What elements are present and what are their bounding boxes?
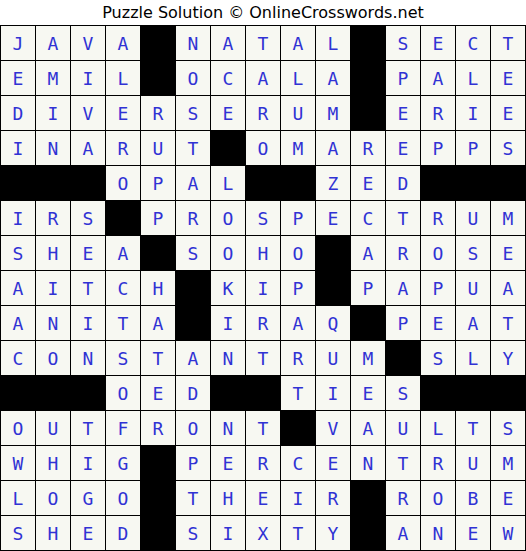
- letter-cell-r6c15: M: [491, 201, 525, 235]
- letter-cell-r14c14: B: [456, 481, 490, 515]
- block-cell-r9c6: [176, 306, 210, 340]
- letter-cell-r5c10: Z: [316, 166, 350, 200]
- letter-cell-r4c2: N: [36, 131, 70, 165]
- block-cell-r10c12: [386, 341, 420, 375]
- letter-cell-r3c1: D: [1, 96, 35, 130]
- letter-cell-r10c9: R: [281, 341, 315, 375]
- letter-cell-r6c13: R: [421, 201, 455, 235]
- letter-cell-r10c14: L: [456, 341, 490, 375]
- letter-cell-r2c6: O: [176, 61, 210, 95]
- letter-cell-r13c1: W: [1, 446, 35, 480]
- letter-cell-r1c8: T: [246, 26, 280, 60]
- letter-cell-r13c9: C: [281, 446, 315, 480]
- letter-cell-r8c7: K: [211, 271, 245, 305]
- letter-cell-r12c3: T: [71, 411, 105, 445]
- letter-cell-r7c3: E: [71, 236, 105, 270]
- letter-cell-r5c11: E: [351, 166, 385, 200]
- letter-cell-r10c2: O: [36, 341, 70, 375]
- block-cell-r8c10: [316, 271, 350, 305]
- letter-cell-r7c13: O: [421, 236, 455, 270]
- letter-cell-r14c1: L: [1, 481, 35, 515]
- letter-cell-r14c12: R: [386, 481, 420, 515]
- letter-cell-r11c9: T: [281, 376, 315, 410]
- block-cell-r9c11: [351, 306, 385, 340]
- block-cell-r5c8: [246, 166, 280, 200]
- letter-cell-r10c15: Y: [491, 341, 525, 375]
- letter-cell-r12c5: R: [141, 411, 175, 445]
- letter-cell-r8c9: P: [281, 271, 315, 305]
- block-cell-r4c7: [211, 131, 245, 165]
- letter-cell-r9c2: N: [36, 306, 70, 340]
- letter-cell-r3c3: V: [71, 96, 105, 130]
- block-cell-r11c13: [421, 376, 455, 410]
- letter-cell-r14c7: H: [211, 481, 245, 515]
- letter-cell-r8c14: U: [456, 271, 490, 305]
- letter-cell-r5c7: L: [211, 166, 245, 200]
- letter-cell-r7c9: O: [281, 236, 315, 270]
- block-cell-r15c5: [141, 516, 175, 550]
- letter-cell-r8c8: I: [246, 271, 280, 305]
- letter-cell-r10c8: T: [246, 341, 280, 375]
- letter-cell-r12c8: T: [246, 411, 280, 445]
- letter-cell-r15c15: W: [491, 516, 525, 550]
- letter-cell-r13c14: U: [456, 446, 490, 480]
- letter-cell-r3c15: E: [491, 96, 525, 130]
- letter-cell-r13c7: E: [211, 446, 245, 480]
- letter-cell-r3c13: R: [421, 96, 455, 130]
- letter-cell-r3c12: E: [386, 96, 420, 130]
- letter-cell-r14c3: G: [71, 481, 105, 515]
- letter-cell-r6c7: O: [211, 201, 245, 235]
- letter-cell-r8c2: I: [36, 271, 70, 305]
- letter-cell-r6c8: S: [246, 201, 280, 235]
- letter-cell-r15c10: Y: [316, 516, 350, 550]
- letter-cell-r2c7: C: [211, 61, 245, 95]
- letter-cell-r11c12: S: [386, 376, 420, 410]
- letter-cell-r8c4: C: [106, 271, 140, 305]
- letter-cell-r15c2: H: [36, 516, 70, 550]
- letter-cell-r9c10: Q: [316, 306, 350, 340]
- letter-cell-r13c11: N: [351, 446, 385, 480]
- letter-cell-r2c1: E: [1, 61, 35, 95]
- letter-cell-r1c12: S: [386, 26, 420, 60]
- letter-cell-r5c6: A: [176, 166, 210, 200]
- letter-cell-r12c15: S: [491, 411, 525, 445]
- block-cell-r11c15: [491, 376, 525, 410]
- letter-cell-r11c4: O: [106, 376, 140, 410]
- letter-cell-r9c13: E: [421, 306, 455, 340]
- letter-cell-r13c8: R: [246, 446, 280, 480]
- block-cell-r7c5: [141, 236, 175, 270]
- letter-cell-r7c11: A: [351, 236, 385, 270]
- letter-cell-r13c3: I: [71, 446, 105, 480]
- crossword-grid: JAVANATALSECTEMILOCALAPALEDIVERSERUMERIE…: [0, 25, 526, 551]
- letter-cell-r9c7: I: [211, 306, 245, 340]
- letter-cell-r10c6: A: [176, 341, 210, 375]
- block-cell-r11c14: [456, 376, 490, 410]
- letter-cell-r10c7: N: [211, 341, 245, 375]
- letter-cell-r7c12: R: [386, 236, 420, 270]
- letter-cell-r8c5: H: [141, 271, 175, 305]
- letter-cell-r4c1: I: [1, 131, 35, 165]
- letter-cell-r14c15: E: [491, 481, 525, 515]
- block-cell-r11c3: [71, 376, 105, 410]
- letter-cell-r14c2: O: [36, 481, 70, 515]
- letter-cell-r12c7: N: [211, 411, 245, 445]
- letter-cell-r2c13: A: [421, 61, 455, 95]
- letter-cell-r15c7: I: [211, 516, 245, 550]
- block-cell-r12c9: [281, 411, 315, 445]
- letter-cell-r12c2: U: [36, 411, 70, 445]
- letter-cell-r9c9: A: [281, 306, 315, 340]
- letter-cell-r3c10: M: [316, 96, 350, 130]
- letter-cell-r7c7: O: [211, 236, 245, 270]
- block-cell-r5c1: [1, 166, 35, 200]
- letter-cell-r12c14: T: [456, 411, 490, 445]
- letter-cell-r4c5: U: [141, 131, 175, 165]
- letter-cell-r15c13: N: [421, 516, 455, 550]
- letter-cell-r1c3: V: [71, 26, 105, 60]
- letter-cell-r8c11: P: [351, 271, 385, 305]
- letter-cell-r2c9: L: [281, 61, 315, 95]
- letter-cell-r1c10: L: [316, 26, 350, 60]
- block-cell-r15c11: [351, 516, 385, 550]
- letter-cell-r4c11: R: [351, 131, 385, 165]
- block-cell-r5c3: [71, 166, 105, 200]
- letter-cell-r11c5: E: [141, 376, 175, 410]
- letter-cell-r2c15: E: [491, 61, 525, 95]
- letter-cell-r3c2: I: [36, 96, 70, 130]
- letter-cell-r3c14: I: [456, 96, 490, 130]
- letter-cell-r15c9: T: [281, 516, 315, 550]
- letter-cell-r4c4: R: [106, 131, 140, 165]
- letter-cell-r10c5: T: [141, 341, 175, 375]
- letter-cell-r9c15: T: [491, 306, 525, 340]
- block-cell-r5c14: [456, 166, 490, 200]
- letter-cell-r7c4: A: [106, 236, 140, 270]
- letter-cell-r1c14: C: [456, 26, 490, 60]
- block-cell-r8c6: [176, 271, 210, 305]
- block-cell-r5c13: [421, 166, 455, 200]
- letter-cell-r8c3: T: [71, 271, 105, 305]
- letter-cell-r12c6: O: [176, 411, 210, 445]
- letter-cell-r13c15: M: [491, 446, 525, 480]
- letter-cell-r15c4: D: [106, 516, 140, 550]
- block-cell-r5c2: [36, 166, 70, 200]
- letter-cell-r9c1: A: [1, 306, 35, 340]
- letter-cell-r12c13: L: [421, 411, 455, 445]
- letter-cell-r1c2: A: [36, 26, 70, 60]
- letter-cell-r2c12: P: [386, 61, 420, 95]
- letter-cell-r7c1: S: [1, 236, 35, 270]
- block-cell-r2c11: [351, 61, 385, 95]
- block-cell-r7c10: [316, 236, 350, 270]
- letter-cell-r13c6: P: [176, 446, 210, 480]
- block-cell-r11c7: [211, 376, 245, 410]
- letter-cell-r4c3: A: [71, 131, 105, 165]
- letter-cell-r15c1: S: [1, 516, 35, 550]
- letter-cell-r1c7: A: [211, 26, 245, 60]
- block-cell-r13c5: [141, 446, 175, 480]
- block-cell-r1c5: [141, 26, 175, 60]
- letter-cell-r1c15: T: [491, 26, 525, 60]
- letter-cell-r6c12: T: [386, 201, 420, 235]
- letter-cell-r15c12: A: [386, 516, 420, 550]
- letter-cell-r2c3: I: [71, 61, 105, 95]
- letter-cell-r7c14: S: [456, 236, 490, 270]
- letter-cell-r1c6: N: [176, 26, 210, 60]
- letter-cell-r13c4: G: [106, 446, 140, 480]
- block-cell-r11c2: [36, 376, 70, 410]
- letter-cell-r9c5: A: [141, 306, 175, 340]
- letter-cell-r13c2: H: [36, 446, 70, 480]
- letter-cell-r11c6: D: [176, 376, 210, 410]
- letter-cell-r14c13: O: [421, 481, 455, 515]
- letter-cell-r9c4: T: [106, 306, 140, 340]
- letter-cell-r3c6: S: [176, 96, 210, 130]
- letter-cell-r7c15: E: [491, 236, 525, 270]
- letter-cell-r3c4: E: [106, 96, 140, 130]
- letter-cell-r6c11: C: [351, 201, 385, 235]
- block-cell-r11c8: [246, 376, 280, 410]
- letter-cell-r8c15: A: [491, 271, 525, 305]
- letter-cell-r4c14: P: [456, 131, 490, 165]
- letter-cell-r2c2: M: [36, 61, 70, 95]
- block-cell-r1c11: [351, 26, 385, 60]
- letter-cell-r12c1: O: [1, 411, 35, 445]
- letter-cell-r10c1: C: [1, 341, 35, 375]
- letter-cell-r5c4: O: [106, 166, 140, 200]
- letter-cell-r13c10: E: [316, 446, 350, 480]
- letter-cell-r6c6: R: [176, 201, 210, 235]
- block-cell-r11c1: [1, 376, 35, 410]
- letter-cell-r12c11: A: [351, 411, 385, 445]
- letter-cell-r4c8: O: [246, 131, 280, 165]
- letter-cell-r15c6: S: [176, 516, 210, 550]
- letter-cell-r2c14: L: [456, 61, 490, 95]
- letter-cell-r5c5: P: [141, 166, 175, 200]
- block-cell-r5c9: [281, 166, 315, 200]
- letter-cell-r15c14: E: [456, 516, 490, 550]
- letter-cell-r11c11: E: [351, 376, 385, 410]
- letter-cell-r2c10: A: [316, 61, 350, 95]
- letter-cell-r14c4: O: [106, 481, 140, 515]
- block-cell-r14c5: [141, 481, 175, 515]
- letter-cell-r15c8: X: [246, 516, 280, 550]
- letter-cell-r2c8: A: [246, 61, 280, 95]
- letter-cell-r1c9: A: [281, 26, 315, 60]
- letter-cell-r1c1: J: [1, 26, 35, 60]
- letter-cell-r3c7: E: [211, 96, 245, 130]
- letter-cell-r14c8: E: [246, 481, 280, 515]
- letter-cell-r6c10: E: [316, 201, 350, 235]
- letter-cell-r3c8: R: [246, 96, 280, 130]
- letter-cell-r6c1: I: [1, 201, 35, 235]
- letter-cell-r4c6: T: [176, 131, 210, 165]
- letter-cell-r10c13: S: [421, 341, 455, 375]
- letter-cell-r6c2: R: [36, 201, 70, 235]
- letter-cell-r2c4: L: [106, 61, 140, 95]
- letter-cell-r12c4: F: [106, 411, 140, 445]
- letter-cell-r6c5: P: [141, 201, 175, 235]
- letter-cell-r9c8: R: [246, 306, 280, 340]
- letter-cell-r7c2: H: [36, 236, 70, 270]
- letter-cell-r9c12: P: [386, 306, 420, 340]
- letter-cell-r3c5: R: [141, 96, 175, 130]
- letter-cell-r5c12: D: [386, 166, 420, 200]
- letter-cell-r10c3: N: [71, 341, 105, 375]
- letter-cell-r3c9: U: [281, 96, 315, 130]
- letter-cell-r14c10: R: [316, 481, 350, 515]
- letter-cell-r4c15: S: [491, 131, 525, 165]
- letter-cell-r8c12: A: [386, 271, 420, 305]
- letter-cell-r8c1: A: [1, 271, 35, 305]
- letter-cell-r9c14: A: [456, 306, 490, 340]
- letter-cell-r6c9: P: [281, 201, 315, 235]
- page-title: Puzzle Solution © OnlineCrosswords.net: [0, 0, 526, 25]
- letter-cell-r4c10: A: [316, 131, 350, 165]
- letter-cell-r13c12: T: [386, 446, 420, 480]
- letter-cell-r7c8: H: [246, 236, 280, 270]
- letter-cell-r10c11: M: [351, 341, 385, 375]
- letter-cell-r1c4: A: [106, 26, 140, 60]
- letter-cell-r15c3: E: [71, 516, 105, 550]
- block-cell-r5c15: [491, 166, 525, 200]
- letter-cell-r10c4: S: [106, 341, 140, 375]
- letter-cell-r13c13: R: [421, 446, 455, 480]
- letter-cell-r14c9: I: [281, 481, 315, 515]
- letter-cell-r14c6: T: [176, 481, 210, 515]
- letter-cell-r4c9: M: [281, 131, 315, 165]
- block-cell-r14c11: [351, 481, 385, 515]
- letter-cell-r11c10: I: [316, 376, 350, 410]
- letter-cell-r12c10: V: [316, 411, 350, 445]
- letter-cell-r7c6: S: [176, 236, 210, 270]
- letter-cell-r4c13: P: [421, 131, 455, 165]
- letter-cell-r12c12: U: [386, 411, 420, 445]
- letter-cell-r4c12: E: [386, 131, 420, 165]
- letter-cell-r6c3: S: [71, 201, 105, 235]
- block-cell-r2c5: [141, 61, 175, 95]
- block-cell-r6c4: [106, 201, 140, 235]
- letter-cell-r6c14: U: [456, 201, 490, 235]
- letter-cell-r8c13: P: [421, 271, 455, 305]
- letter-cell-r9c3: I: [71, 306, 105, 340]
- puzzle-solution-page: Puzzle Solution © OnlineCrosswords.net J…: [0, 0, 526, 551]
- block-cell-r3c11: [351, 96, 385, 130]
- letter-cell-r1c13: E: [421, 26, 455, 60]
- letter-cell-r10c10: U: [316, 341, 350, 375]
